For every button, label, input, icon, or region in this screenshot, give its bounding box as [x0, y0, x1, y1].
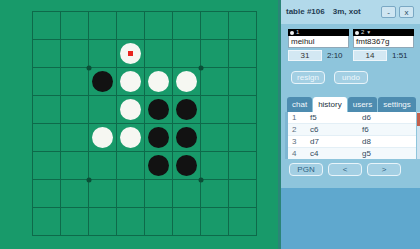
tab-users[interactable]: users [348, 97, 378, 112]
board-square-d2[interactable] [117, 40, 144, 67]
board-square-c2[interactable] [89, 40, 116, 67]
pgn-button[interactable]: PGN [289, 163, 323, 176]
board-square-c5[interactable] [89, 124, 116, 151]
black-disc [148, 127, 169, 148]
board-square-a8[interactable] [33, 208, 60, 235]
board-square-f3[interactable] [173, 68, 200, 95]
minimize-button[interactable]: - [381, 6, 396, 18]
board-square-a5[interactable] [33, 124, 60, 151]
board-square-f5[interactable] [173, 124, 200, 151]
board-square-d8[interactable] [117, 208, 144, 235]
move-cell: c4 [310, 148, 362, 159]
board-square-e8[interactable] [145, 208, 172, 235]
board-square-g1[interactable] [201, 12, 228, 39]
board-square-c8[interactable] [89, 208, 116, 235]
move-row-1[interactable]: 1f5d6 [288, 112, 416, 124]
star-point [87, 178, 92, 183]
board-square-h7[interactable] [229, 180, 256, 207]
move-cell: d6 [362, 112, 402, 123]
board-square-a3[interactable] [33, 68, 60, 95]
board-square-d4[interactable] [117, 96, 144, 123]
tab-settings[interactable]: settings [378, 97, 416, 112]
black-disc [176, 127, 197, 148]
board-square-f6[interactable] [173, 152, 200, 179]
board-square-b3[interactable] [61, 68, 88, 95]
board-square-h2[interactable] [229, 40, 256, 67]
board-square-e4[interactable] [145, 96, 172, 123]
move-number: 4 [288, 148, 310, 159]
star-point [87, 66, 92, 71]
board-square-h6[interactable] [229, 152, 256, 179]
board-square-a6[interactable] [33, 152, 60, 179]
board-square-c6[interactable] [89, 152, 116, 179]
board-square-a7[interactable] [33, 180, 60, 207]
board-square-a4[interactable] [33, 96, 60, 123]
table-title: table #1063m, xot [286, 7, 361, 16]
move-cell: f6 [362, 124, 402, 135]
game-panel: table #1063m, xot - x 1 meihul 31 2:10 2… [281, 0, 420, 249]
player-card-1: 1 meihul 31 2:10 [288, 29, 349, 61]
board-square-e7[interactable] [145, 180, 172, 207]
player-card-2: 2 ▼ fmt8367g 14 1:51 [353, 29, 414, 61]
star-point [199, 66, 204, 71]
board-square-e5[interactable] [145, 124, 172, 151]
board-area [0, 0, 278, 249]
action-buttons: resign undo [291, 71, 368, 84]
board-square-c3[interactable] [89, 68, 116, 95]
board-square-b8[interactable] [61, 208, 88, 235]
black-disc [176, 155, 197, 176]
panel-tabs: chat history users settings [287, 97, 416, 112]
board-square-c7[interactable] [89, 180, 116, 207]
player-2-dropdown-icon[interactable]: ▼ [366, 29, 371, 36]
white-disc [148, 71, 169, 92]
tab-history[interactable]: history [313, 97, 347, 112]
history-nav: PGN < > [289, 163, 401, 176]
board-square-f8[interactable] [173, 208, 200, 235]
last-move-marker [128, 51, 133, 56]
board-square-f1[interactable] [173, 12, 200, 39]
board-square-f4[interactable] [173, 96, 200, 123]
board-square-b1[interactable] [61, 12, 88, 39]
board-square-h4[interactable] [229, 96, 256, 123]
board-square-d3[interactable] [117, 68, 144, 95]
board-square-g4[interactable] [201, 96, 228, 123]
move-cell: f5 [310, 112, 362, 123]
board-square-h3[interactable] [229, 68, 256, 95]
board-square-c1[interactable] [89, 12, 116, 39]
prev-move-button[interactable]: < [328, 163, 362, 176]
white-disc [120, 127, 141, 148]
board-square-b4[interactable] [61, 96, 88, 123]
board-square-e6[interactable] [145, 152, 172, 179]
board-square-h8[interactable] [229, 208, 256, 235]
move-row-3[interactable]: 3d7d8 [288, 136, 416, 148]
player-2-seat: 2 [361, 29, 364, 36]
board-square-b5[interactable] [61, 124, 88, 151]
player-2-score: 14 [353, 50, 387, 61]
next-move-button[interactable]: > [367, 163, 401, 176]
player-1-strip: 1 [288, 29, 349, 36]
white-disc [92, 127, 113, 148]
board-square-a1[interactable] [33, 12, 60, 39]
board-square-d6[interactable] [117, 152, 144, 179]
player-2-disc-icon [355, 31, 359, 35]
table-number: table #106 [286, 7, 325, 16]
move-cell: d7 [310, 136, 362, 147]
move-history-list[interactable]: 1f5d62c6f63d7d84c4g55e6d2 [285, 112, 416, 159]
player-2-name: fmt8367g [353, 36, 414, 48]
board-square-d5[interactable] [117, 124, 144, 151]
move-cell: c6 [310, 124, 362, 135]
board-square-b6[interactable] [61, 152, 88, 179]
board-square-e3[interactable] [145, 68, 172, 95]
board-square-g6[interactable] [201, 152, 228, 179]
white-disc [120, 71, 141, 92]
black-disc [148, 99, 169, 120]
board-square-g8[interactable] [201, 208, 228, 235]
move-number: 2 [288, 124, 310, 135]
players-section: 1 meihul 31 2:10 2 ▼ fmt8367g 14 1:51 [288, 29, 414, 61]
close-button[interactable]: x [399, 6, 414, 18]
move-number: 1 [288, 112, 310, 123]
board-square-g7[interactable] [201, 180, 228, 207]
player-1-name: meihul [288, 36, 349, 48]
board-square-d1[interactable] [117, 12, 144, 39]
player-1-clock: 2:10 [327, 51, 343, 60]
board-square-f7[interactable] [173, 180, 200, 207]
board-square-e1[interactable] [145, 12, 172, 39]
board-square-h5[interactable] [229, 124, 256, 151]
black-disc [176, 99, 197, 120]
move-cell: d8 [362, 136, 402, 147]
white-disc [120, 99, 141, 120]
black-disc [148, 155, 169, 176]
player-2-strip: 2 ▼ [353, 29, 414, 36]
white-disc [176, 71, 197, 92]
white-disc [120, 43, 141, 64]
reversi-board[interactable] [32, 11, 257, 236]
board-square-c4[interactable] [89, 96, 116, 123]
board-square-b2[interactable] [61, 40, 88, 67]
board-square-b7[interactable] [61, 180, 88, 207]
player-1-disc-icon [290, 31, 294, 35]
tab-chat[interactable]: chat [287, 97, 312, 112]
board-square-g5[interactable] [201, 124, 228, 151]
player-2-clock: 1:51 [392, 51, 408, 60]
panel-bottom-band [281, 188, 420, 249]
undo-button[interactable]: undo [334, 71, 368, 84]
black-disc [92, 71, 113, 92]
move-row-2[interactable]: 2c6f6 [288, 124, 416, 136]
board-square-e2[interactable] [145, 40, 172, 67]
star-point [199, 178, 204, 183]
board-square-g2[interactable] [201, 40, 228, 67]
board-square-h1[interactable] [229, 12, 256, 39]
move-number: 3 [288, 136, 310, 147]
player-1-score: 31 [288, 50, 322, 61]
table-titlebar: table #1063m, xot - x [281, 0, 420, 24]
board-square-g3[interactable] [201, 68, 228, 95]
move-row-4[interactable]: 4c4g5 [288, 148, 416, 159]
table-settings-summary: 3m, xot [333, 7, 361, 16]
board-square-a2[interactable] [33, 40, 60, 67]
board-square-d7[interactable] [117, 180, 144, 207]
board-square-f2[interactable] [173, 40, 200, 67]
resign-button[interactable]: resign [291, 71, 325, 84]
player-1-seat: 1 [296, 29, 299, 36]
move-cell: g5 [362, 148, 402, 159]
